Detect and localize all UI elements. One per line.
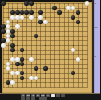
toolbar-row2-button-4[interactable] <box>39 97 47 99</box>
go-board <box>2 2 92 93</box>
black-stone <box>29 1 34 6</box>
white-stone <box>15 24 20 29</box>
toolbar-row2-button-1[interactable] <box>26 97 30 99</box>
panel-text-fragment: ≡ <box>95 2 96 5</box>
board-cell[interactable] <box>38 15 43 20</box>
board-cell[interactable] <box>15 62 20 67</box>
toolbar-row2-button-2[interactable] <box>31 97 35 99</box>
black-stone <box>10 43 15 48</box>
black-stone <box>52 6 57 11</box>
black-stone <box>43 66 48 71</box>
toolbar-row-2 <box>21 97 47 99</box>
white-stone <box>76 57 81 62</box>
board-cell[interactable] <box>10 43 15 48</box>
white-stone <box>29 57 34 62</box>
white-stone <box>1 43 6 48</box>
black-stone <box>10 48 15 53</box>
black-stone <box>10 29 15 34</box>
navigation-toolbar: ⏮◀◀◀▶▶▶⏭ <box>0 93 100 100</box>
nav-button-4[interactable]: ▶▶ <box>41 94 45 96</box>
black-stone <box>10 34 15 39</box>
go-client-window: ≡ ≡≡ ≡ ⏮◀◀◀▶▶▶⏭ <box>0 0 100 100</box>
white-stone <box>29 76 34 81</box>
black-stone <box>76 10 81 15</box>
black-stone <box>1 29 6 34</box>
white-stone <box>6 66 11 71</box>
board-cell[interactable] <box>29 1 34 6</box>
white-stone <box>15 57 20 62</box>
white-stone <box>20 15 25 20</box>
black-stone <box>20 57 25 62</box>
toolbar-row-1: ⏮◀◀◀▶▶▶⏭ <box>21 94 65 96</box>
board-cell[interactable] <box>29 76 34 81</box>
board-cell[interactable] <box>1 43 6 48</box>
black-stone <box>15 62 20 67</box>
nav-button-3[interactable]: ▶ <box>36 94 40 96</box>
board-cell[interactable] <box>76 57 81 62</box>
toolbar-button-1[interactable] <box>61 94 65 96</box>
side-info-panel: ≡ ≡≡ ≡ <box>94 0 101 93</box>
white-stone <box>15 15 20 20</box>
white-stone <box>29 15 34 20</box>
current-move-chip[interactable] <box>51 94 55 96</box>
toolbar-button-0[interactable] <box>56 94 60 96</box>
board-cell[interactable] <box>15 15 20 20</box>
nav-button-5[interactable]: ⏭ <box>46 94 50 96</box>
board-cell[interactable] <box>20 15 25 20</box>
board-cell[interactable] <box>20 57 25 62</box>
board-cell[interactable] <box>43 20 48 25</box>
board-cell[interactable] <box>10 29 15 34</box>
board-cell[interactable] <box>29 15 34 20</box>
toolbar-row2-button-3[interactable] <box>36 97 38 99</box>
nav-button-2[interactable]: ◀ <box>31 94 35 96</box>
nav-button-1[interactable]: ◀◀ <box>26 94 30 96</box>
board-cell[interactable] <box>15 57 20 62</box>
board-cell[interactable] <box>29 57 34 62</box>
board-cell[interactable] <box>15 24 20 29</box>
board-cell[interactable] <box>43 66 48 71</box>
black-stone <box>57 10 62 15</box>
white-stone <box>43 20 48 25</box>
board-cell[interactable] <box>10 80 15 85</box>
panel-text-fragment: ≡ <box>95 55 96 58</box>
nav-button-0[interactable]: ⏮ <box>21 94 25 96</box>
white-stone <box>38 15 43 20</box>
panel-text-fragment: ≡≡ <box>95 26 98 29</box>
white-stone <box>10 80 15 85</box>
board-cell[interactable] <box>1 1 6 6</box>
go-board-grid <box>1 1 89 89</box>
black-stone <box>34 66 39 71</box>
black-stone <box>1 1 6 6</box>
board-cell[interactable] <box>85 85 90 90</box>
board-cell[interactable] <box>57 10 62 15</box>
toolbar-row2-button-0[interactable] <box>21 97 25 99</box>
